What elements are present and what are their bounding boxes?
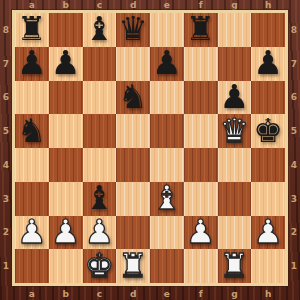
square-h2[interactable]: ♟ [251, 216, 285, 250]
square-d1[interactable]: ♜ [116, 249, 150, 283]
rank-label-left-8: 8 [0, 13, 12, 47]
piece-black-pawn[interactable]: ♟ [152, 46, 182, 79]
square-b2[interactable]: ♟ [49, 216, 83, 250]
rank-label-right-3: 3 [288, 182, 300, 216]
square-b3[interactable] [49, 182, 83, 216]
square-a6[interactable] [15, 81, 49, 115]
file-label-bottom-d: d [116, 289, 150, 300]
rank-label-right-1: 1 [288, 249, 300, 283]
square-f3[interactable] [184, 182, 218, 216]
square-a8[interactable]: ♜ [15, 13, 49, 47]
square-c6[interactable] [83, 81, 117, 115]
square-h4[interactable] [251, 148, 285, 182]
rank-labels-left: 87654321 [0, 13, 12, 283]
file-label-bottom-b: b [49, 289, 83, 300]
square-f2[interactable]: ♟ [184, 216, 218, 250]
rank-label-right-6: 6 [288, 81, 300, 115]
rank-label-left-7: 7 [0, 47, 12, 81]
piece-black-rook[interactable]: ♜ [17, 12, 47, 45]
square-f4[interactable] [184, 148, 218, 182]
rank-label-left-6: 6 [0, 81, 12, 115]
piece-black-pawn[interactable]: ♟ [17, 46, 47, 79]
rank-label-right-8: 8 [288, 13, 300, 47]
square-h1[interactable] [251, 249, 285, 283]
file-label-bottom-g: g [218, 289, 252, 300]
square-e1[interactable] [150, 249, 184, 283]
square-e3[interactable]: ♝ [150, 182, 184, 216]
square-h5[interactable]: ♚ [251, 114, 285, 148]
piece-white-pawn[interactable]: ♟ [51, 215, 81, 248]
piece-black-pawn[interactable]: ♟ [51, 46, 81, 79]
square-c4[interactable] [83, 148, 117, 182]
square-e4[interactable] [150, 148, 184, 182]
square-d2[interactable] [116, 216, 150, 250]
piece-white-rook[interactable]: ♜ [220, 249, 250, 282]
square-b5[interactable] [49, 114, 83, 148]
square-b8[interactable] [49, 13, 83, 47]
chessboard-screen: abcdefgh 87654321 87654321 abcdefgh ♜♝♛♜… [0, 0, 300, 300]
square-d4[interactable] [116, 148, 150, 182]
square-g5[interactable]: ♛ [218, 114, 252, 148]
rank-label-left-5: 5 [0, 114, 12, 148]
square-e2[interactable] [150, 216, 184, 250]
piece-black-pawn[interactable]: ♟ [253, 46, 283, 79]
file-label-bottom-e: e [150, 289, 184, 300]
rank-label-right-7: 7 [288, 47, 300, 81]
piece-white-pawn[interactable]: ♟ [85, 215, 115, 248]
square-b6[interactable] [49, 81, 83, 115]
square-c7[interactable] [83, 47, 117, 81]
piece-black-knight[interactable]: ♞ [17, 114, 47, 147]
square-a2[interactable]: ♟ [15, 216, 49, 250]
square-a7[interactable]: ♟ [15, 47, 49, 81]
piece-white-pawn[interactable]: ♟ [186, 215, 216, 248]
square-f5[interactable] [184, 114, 218, 148]
square-h6[interactable] [251, 81, 285, 115]
file-label-bottom-c: c [83, 289, 117, 300]
rank-label-right-2: 2 [288, 216, 300, 250]
square-b1[interactable] [49, 249, 83, 283]
square-f1[interactable] [184, 249, 218, 283]
square-h3[interactable] [251, 182, 285, 216]
square-f8[interactable]: ♜ [184, 13, 218, 47]
square-f7[interactable] [184, 47, 218, 81]
square-a5[interactable]: ♞ [15, 114, 49, 148]
square-c1[interactable]: ♚ [83, 249, 117, 283]
rank-labels-right: 87654321 [288, 13, 300, 283]
square-c3[interactable]: ♝ [83, 182, 117, 216]
piece-black-pawn[interactable]: ♟ [220, 80, 250, 113]
square-d3[interactable] [116, 182, 150, 216]
square-d8[interactable]: ♛ [116, 13, 150, 47]
piece-black-bishop[interactable]: ♝ [85, 12, 115, 45]
square-h7[interactable]: ♟ [251, 47, 285, 81]
square-d7[interactable] [116, 47, 150, 81]
square-b4[interactable] [49, 148, 83, 182]
square-a4[interactable] [15, 148, 49, 182]
square-e6[interactable] [150, 81, 184, 115]
piece-white-pawn[interactable]: ♟ [17, 215, 47, 248]
piece-black-bishop[interactable]: ♝ [85, 181, 115, 214]
square-h8[interactable] [251, 13, 285, 47]
piece-white-queen[interactable]: ♛ [220, 114, 250, 147]
piece-black-knight[interactable]: ♞ [118, 80, 148, 113]
square-d6[interactable]: ♞ [116, 81, 150, 115]
square-g4[interactable] [218, 148, 252, 182]
piece-black-king[interactable]: ♚ [253, 114, 283, 147]
piece-white-bishop[interactable]: ♝ [152, 181, 182, 214]
square-g2[interactable] [218, 216, 252, 250]
piece-white-king[interactable]: ♚ [85, 249, 115, 282]
rank-label-left-2: 2 [0, 216, 12, 250]
square-e5[interactable] [150, 114, 184, 148]
square-b7[interactable]: ♟ [49, 47, 83, 81]
rank-label-left-3: 3 [0, 182, 12, 216]
piece-black-queen[interactable]: ♛ [118, 12, 148, 45]
square-a1[interactable] [15, 249, 49, 283]
square-c8[interactable]: ♝ [83, 13, 117, 47]
square-a3[interactable] [15, 182, 49, 216]
square-c5[interactable] [83, 114, 117, 148]
square-f6[interactable] [184, 81, 218, 115]
board: ♜♝♛♜♟♟♟♟♞♟♞♛♚♝♝♟♟♟♟♟♚♜♜ [15, 13, 285, 283]
file-labels-bottom: abcdefgh [15, 289, 285, 300]
rank-label-left-4: 4 [0, 148, 12, 182]
square-e8[interactable] [150, 13, 184, 47]
file-label-bottom-a: a [15, 289, 49, 300]
file-label-bottom-f: f [184, 289, 218, 300]
piece-white-pawn[interactable]: ♟ [253, 215, 283, 248]
file-label-bottom-h: h [251, 289, 285, 300]
square-g3[interactable] [218, 182, 252, 216]
piece-white-rook[interactable]: ♜ [118, 249, 148, 282]
square-g8[interactable] [218, 13, 252, 47]
rank-label-left-1: 1 [0, 249, 12, 283]
square-g6[interactable]: ♟ [218, 81, 252, 115]
square-e7[interactable]: ♟ [150, 47, 184, 81]
square-g7[interactable] [218, 47, 252, 81]
square-c2[interactable]: ♟ [83, 216, 117, 250]
piece-black-rook[interactable]: ♜ [186, 12, 216, 45]
rank-label-right-4: 4 [288, 148, 300, 182]
square-d5[interactable] [116, 114, 150, 148]
rank-label-right-5: 5 [288, 114, 300, 148]
square-g1[interactable]: ♜ [218, 249, 252, 283]
